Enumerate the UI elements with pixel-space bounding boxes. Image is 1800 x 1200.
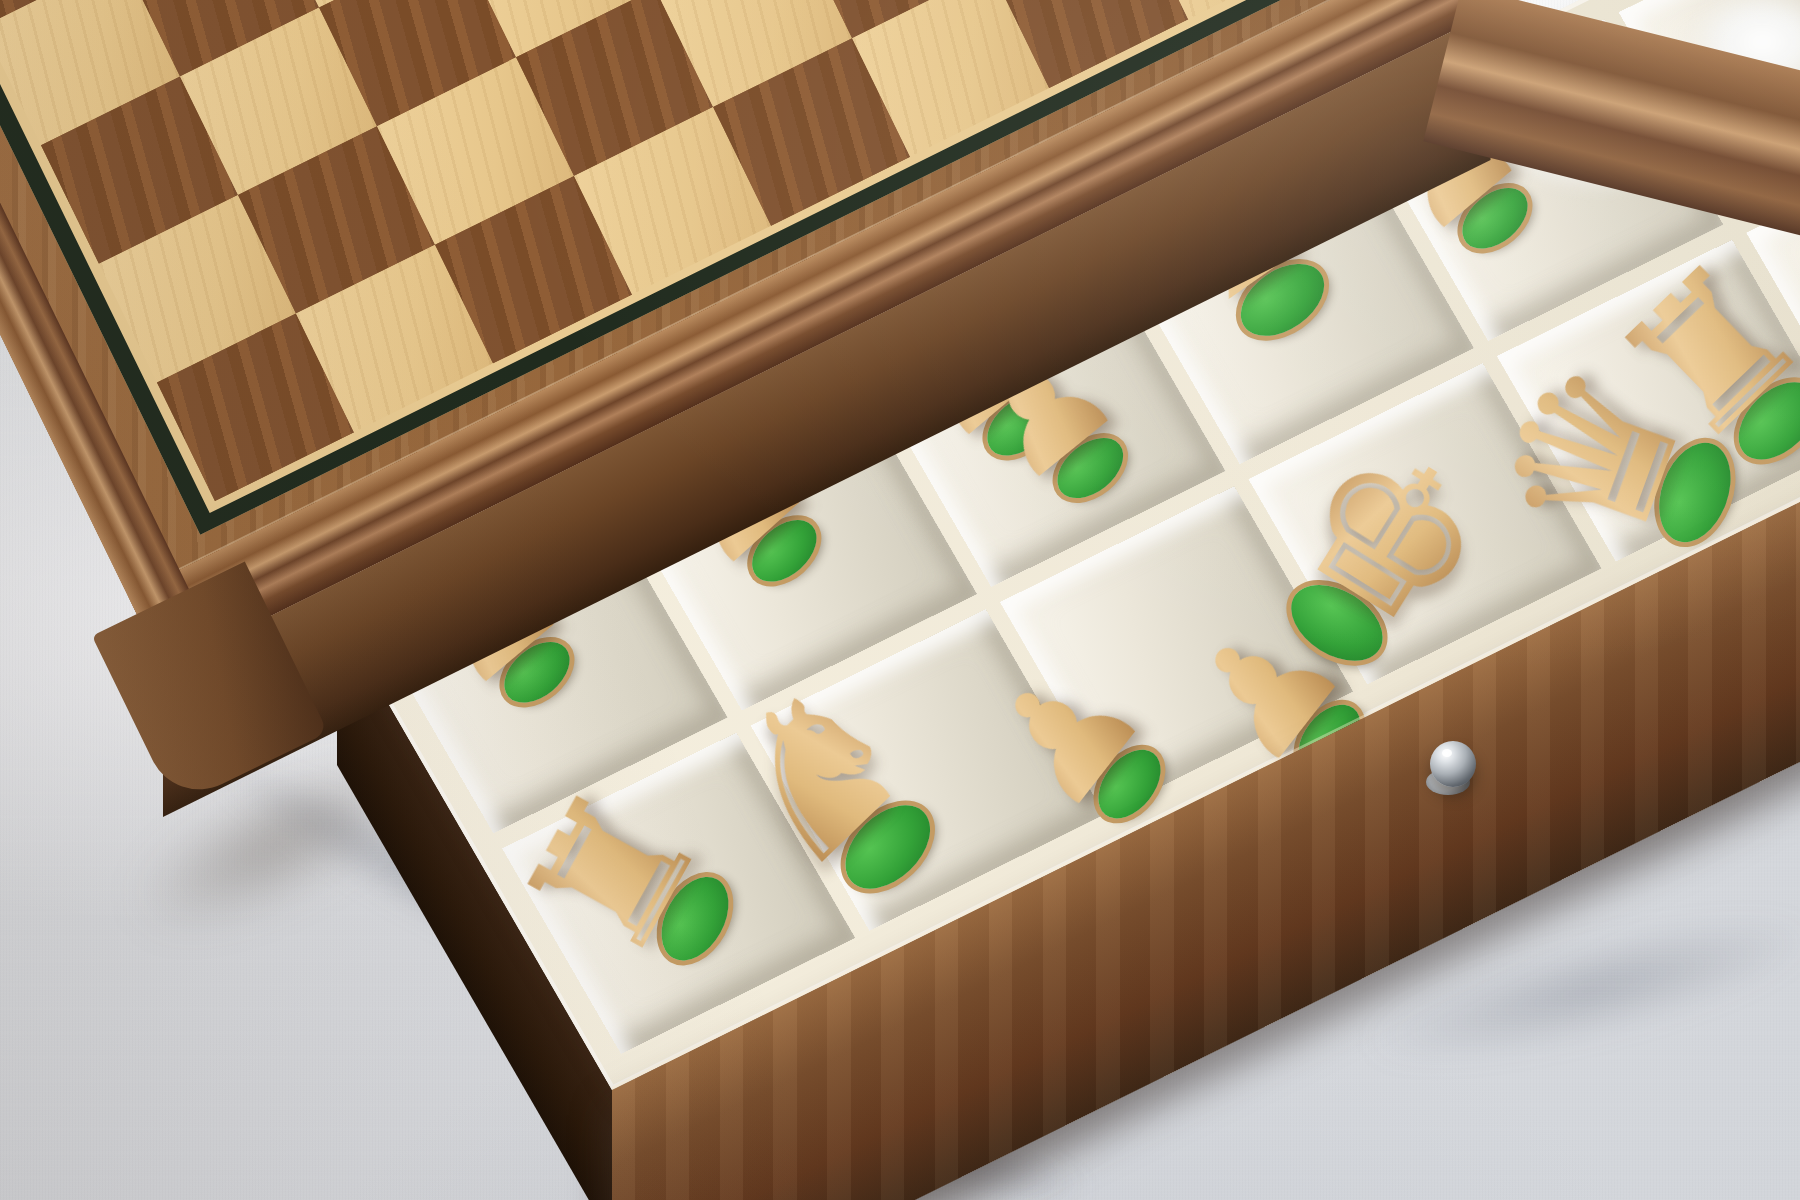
knob-highlight <box>1442 749 1452 757</box>
knob-ball <box>1430 741 1476 787</box>
drawer-knob[interactable] <box>1420 735 1484 805</box>
photo-chess-box-with-drawer: ♜♞♟♟♚♛♟♟♟♟♝♟♜ <box>0 0 1800 1200</box>
